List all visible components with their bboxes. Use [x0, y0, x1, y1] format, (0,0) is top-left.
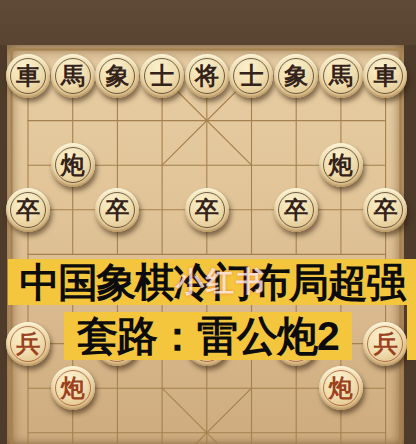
- piece-black-general-e10[interactable]: 将: [185, 54, 229, 98]
- banner-right-edge-strip: [407, 303, 416, 360]
- piece-red-pawn-a4[interactable]: 兵: [6, 322, 50, 366]
- piece-black-pawn-a7[interactable]: 卒: [6, 188, 50, 232]
- piece-black-advisor-d10[interactable]: 士: [140, 54, 184, 98]
- title-text-line1: 中国象棋冷门布局超强: [8, 259, 416, 305]
- piece-black-pawn-g7[interactable]: 卒: [274, 188, 318, 232]
- pieces-layer: 車馬象士将士象馬車炮炮卒卒卒卒卒兵兵兵兵兵炮炮: [6, 54, 408, 444]
- title-banner-line2: 套路：雷公炮2: [64, 312, 352, 360]
- piece-black-horse-b10[interactable]: 馬: [51, 54, 95, 98]
- piece-black-horse-h10[interactable]: 馬: [319, 54, 363, 98]
- piece-black-elephant-g10[interactable]: 象: [274, 54, 318, 98]
- piece-red-pawn-i4[interactable]: 兵: [363, 322, 407, 366]
- title-banner-line1: 中国象棋冷门布局超强: [8, 259, 416, 305]
- piece-black-rook-i10[interactable]: 車: [363, 54, 407, 98]
- piece-black-pawn-e7[interactable]: 卒: [185, 188, 229, 232]
- piece-red-cannon-b3[interactable]: 炮: [51, 366, 95, 410]
- piece-black-pawn-i7[interactable]: 卒: [363, 188, 407, 232]
- piece-black-rook-a10[interactable]: 車: [6, 54, 50, 98]
- piece-black-elephant-c10[interactable]: 象: [95, 54, 139, 98]
- title-text-line2: 套路：雷公炮2: [64, 312, 352, 360]
- piece-black-pawn-c7[interactable]: 卒: [95, 188, 139, 232]
- piece-red-cannon-h3[interactable]: 炮: [319, 366, 363, 410]
- piece-black-cannon-b8[interactable]: 炮: [51, 143, 95, 187]
- piece-black-cannon-h8[interactable]: 炮: [319, 143, 363, 187]
- xiangqi-screenshot: 車馬象士将士象馬車炮炮卒卒卒卒卒兵兵兵兵兵炮炮 中国象棋冷门布局超强 套路：雷公…: [0, 0, 416, 444]
- piece-black-advisor-f10[interactable]: 士: [229, 54, 273, 98]
